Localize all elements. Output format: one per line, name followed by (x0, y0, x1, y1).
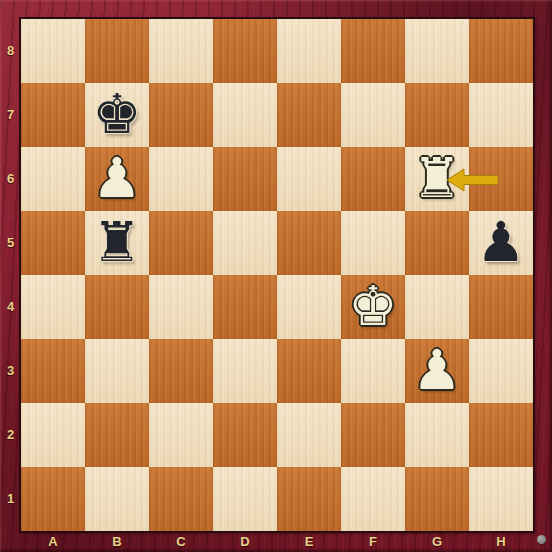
rank-label-4: 4 (0, 275, 21, 339)
piece-white-pawn-g3[interactable]: ♟ (405, 339, 469, 403)
corner-dot (537, 535, 546, 544)
file-label-h: H (469, 531, 533, 552)
file-label-g: G (405, 531, 469, 552)
square-b1[interactable] (85, 467, 149, 531)
square-e4[interactable] (277, 275, 341, 339)
square-a1[interactable] (21, 467, 85, 531)
last-move-arrow-icon (447, 168, 498, 192)
square-h5[interactable]: ♟ (469, 211, 533, 275)
square-c6[interactable] (149, 147, 213, 211)
file-label-a: A (21, 531, 85, 552)
square-e7[interactable] (277, 83, 341, 147)
square-a4[interactable] (21, 275, 85, 339)
rank-label-2: 2 (0, 403, 21, 467)
square-c5[interactable] (149, 211, 213, 275)
square-f1[interactable] (341, 467, 405, 531)
square-d5[interactable] (213, 211, 277, 275)
piece-white-pawn-b6[interactable]: ♟ (85, 147, 149, 211)
square-c7[interactable] (149, 83, 213, 147)
square-f4[interactable]: ♚ (341, 275, 405, 339)
file-label-d: D (213, 531, 277, 552)
square-e5[interactable] (277, 211, 341, 275)
square-a3[interactable] (21, 339, 85, 403)
file-label-e: E (277, 531, 341, 552)
square-g1[interactable] (405, 467, 469, 531)
rank-label-8: 8 (0, 19, 21, 83)
piece-black-pawn-h5[interactable]: ♟ (469, 211, 533, 275)
square-e3[interactable] (277, 339, 341, 403)
square-e8[interactable] (277, 19, 341, 83)
square-g7[interactable] (405, 83, 469, 147)
file-label-f: F (341, 531, 405, 552)
file-label-b: B (85, 531, 149, 552)
square-a5[interactable] (21, 211, 85, 275)
square-d3[interactable] (213, 339, 277, 403)
square-h1[interactable] (469, 467, 533, 531)
square-f8[interactable] (341, 19, 405, 83)
rank-label-6: 6 (0, 147, 21, 211)
square-h8[interactable] (469, 19, 533, 83)
square-a8[interactable] (21, 19, 85, 83)
square-b2[interactable] (85, 403, 149, 467)
square-g4[interactable] (405, 275, 469, 339)
square-g5[interactable] (405, 211, 469, 275)
board-frame: ♚♟♜♜♟♚♟ 87654321 ABCDEFGH (0, 0, 552, 552)
square-e6[interactable] (277, 147, 341, 211)
square-d2[interactable] (213, 403, 277, 467)
square-f2[interactable] (341, 403, 405, 467)
square-g8[interactable] (405, 19, 469, 83)
square-b6[interactable]: ♟ (85, 147, 149, 211)
rank-label-3: 3 (0, 339, 21, 403)
square-h3[interactable] (469, 339, 533, 403)
piece-black-rook-b5[interactable]: ♜ (85, 211, 149, 275)
square-a6[interactable] (21, 147, 85, 211)
chess-board: ♚♟♜♜♟♚♟ (21, 19, 533, 531)
square-b7[interactable]: ♚ (85, 83, 149, 147)
square-f5[interactable] (341, 211, 405, 275)
rank-label-7: 7 (0, 83, 21, 147)
square-c1[interactable] (149, 467, 213, 531)
rank-label-5: 5 (0, 211, 21, 275)
square-h4[interactable] (469, 275, 533, 339)
square-g2[interactable] (405, 403, 469, 467)
square-e1[interactable] (277, 467, 341, 531)
square-d1[interactable] (213, 467, 277, 531)
square-b8[interactable] (85, 19, 149, 83)
square-f6[interactable] (341, 147, 405, 211)
square-c2[interactable] (149, 403, 213, 467)
square-a7[interactable] (21, 83, 85, 147)
square-b4[interactable] (85, 275, 149, 339)
square-d6[interactable] (213, 147, 277, 211)
square-h7[interactable] (469, 83, 533, 147)
square-d4[interactable] (213, 275, 277, 339)
piece-black-king-b7[interactable]: ♚ (85, 83, 149, 147)
square-c8[interactable] (149, 19, 213, 83)
square-f3[interactable] (341, 339, 405, 403)
square-d7[interactable] (213, 83, 277, 147)
square-h2[interactable] (469, 403, 533, 467)
file-label-c: C (149, 531, 213, 552)
rank-label-1: 1 (0, 467, 21, 531)
square-e2[interactable] (277, 403, 341, 467)
square-b5[interactable]: ♜ (85, 211, 149, 275)
square-a2[interactable] (21, 403, 85, 467)
square-g3[interactable]: ♟ (405, 339, 469, 403)
square-d8[interactable] (213, 19, 277, 83)
square-f7[interactable] (341, 83, 405, 147)
square-c3[interactable] (149, 339, 213, 403)
square-c4[interactable] (149, 275, 213, 339)
square-b3[interactable] (85, 339, 149, 403)
piece-white-king-f4[interactable]: ♚ (341, 275, 405, 339)
